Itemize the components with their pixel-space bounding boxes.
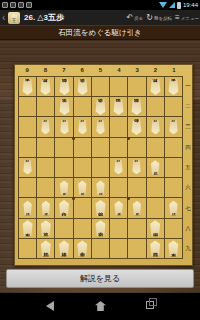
sente-piece: 歩兵 — [40, 201, 51, 216]
gote-piece: 玉将 — [58, 99, 71, 115]
nav-home-icon[interactable] — [95, 301, 106, 311]
shogi-board: 987654321 一二三四五六七八九 香車桂馬銀将金将桂馬香車玉将金将飛車銀将… — [14, 64, 193, 266]
sente-piece: 角行 — [58, 200, 71, 216]
gote-piece: 歩兵 — [131, 160, 142, 175]
rank-label: 六 — [183, 178, 193, 198]
android-nav-bar — [0, 293, 200, 320]
board-cell: 歩兵 — [92, 178, 109, 197]
file-label: 1 — [165, 65, 183, 76]
undo-icon: ↶ — [126, 14, 133, 22]
board-cell — [74, 158, 91, 177]
board-cell: 歩兵 — [55, 178, 72, 197]
status-bar: 19:44 — [0, 0, 200, 10]
board-cell: 歩兵 — [37, 117, 54, 136]
board-cell: 歩兵 — [165, 117, 182, 136]
board-cell — [110, 239, 127, 258]
board-cell: 歩兵 — [147, 158, 164, 177]
rank-label: 七 — [183, 198, 193, 218]
board-cell — [19, 178, 36, 197]
board-cell — [19, 239, 36, 258]
board-cell: 歩兵 — [74, 178, 91, 197]
file-label: 5 — [91, 65, 109, 76]
board-cell — [165, 97, 182, 116]
board-cell: 銀将 — [92, 198, 109, 217]
board-cell: 香車 — [165, 239, 182, 258]
board-cell: 銀将 — [55, 239, 72, 258]
board-cell — [110, 138, 127, 157]
gote-piece: 角行 — [130, 119, 143, 135]
file-label: 9 — [18, 65, 36, 76]
sente-piece: 歩兵 — [113, 201, 124, 216]
rank-label: 五 — [183, 157, 193, 177]
gote-piece: 銀将 — [58, 79, 71, 95]
board-cell — [55, 219, 72, 238]
gote-piece: 香車 — [21, 79, 34, 95]
board-cell — [165, 158, 182, 177]
board-cell: 銀将 — [128, 97, 145, 116]
board-cell — [110, 77, 127, 96]
sente-piece: 香車 — [21, 220, 34, 236]
board-cell: 桂馬 — [147, 77, 164, 96]
nav-back-icon[interactable] — [46, 301, 54, 311]
board-grid: 香車桂馬銀将金将桂馬香車玉将金将飛車銀将歩兵歩兵歩兵歩兵角行歩兵歩兵歩兵歩兵歩兵… — [18, 76, 183, 259]
board-cell: 玉将 — [55, 97, 72, 116]
board-cell — [147, 138, 164, 157]
board-cell — [165, 219, 182, 238]
sente-piece: 銀将 — [58, 240, 71, 256]
board-cell — [128, 178, 145, 197]
gote-piece: 金将 — [94, 99, 107, 115]
menu-icon: ≡ — [175, 14, 180, 22]
sente-piece: 玉将 — [39, 220, 52, 236]
back-chevron-icon[interactable]: ‹ — [2, 11, 5, 25]
board-cell: 香車 — [19, 77, 36, 96]
action-bar: ‹ 王 26. △3五歩 ↶ 戻る ↻ 盤を反転 ≡ メニュー — [0, 10, 200, 26]
board-cell: 桂馬 — [147, 239, 164, 258]
gote-piece: 歩兵 — [59, 120, 70, 135]
board-cell: 桂馬 — [37, 239, 54, 258]
sente-piece: 歩兵 — [22, 201, 33, 216]
notification-icon — [18, 2, 24, 8]
file-labels: 987654321 — [18, 65, 183, 76]
wifi-icon — [159, 2, 167, 8]
board-cell: 歩兵 — [128, 198, 145, 217]
sente-piece: 歩兵 — [59, 180, 70, 195]
sente-piece: 香車 — [167, 240, 180, 256]
board-cell — [92, 239, 109, 258]
gote-piece: 歩兵 — [168, 120, 179, 135]
board-cell: 歩兵 — [19, 158, 36, 177]
star-point — [72, 137, 75, 140]
nav-recents-icon[interactable] — [146, 301, 154, 309]
rank-label: 三 — [183, 117, 193, 137]
rank-label: 八 — [183, 218, 193, 238]
shogi-piece-icon: 王 — [10, 14, 18, 23]
chapter-title: 石田流をめぐる駆け引き — [58, 28, 142, 38]
app-icon[interactable]: 王 — [8, 12, 20, 24]
board-cell — [74, 219, 91, 238]
chapter-title-band: 石田流をめぐる駆け引き — [0, 26, 200, 40]
rank-label: 二 — [183, 96, 193, 116]
notification-icon — [26, 2, 32, 8]
board-cell — [147, 97, 164, 116]
star-point — [127, 137, 130, 140]
flip-board-button[interactable]: ↻ 盤を反転 — [146, 14, 172, 22]
board-cell: 飛車 — [147, 219, 164, 238]
gote-piece: 桂馬 — [149, 79, 162, 95]
board-cell — [92, 77, 109, 96]
board-cell — [37, 178, 54, 197]
board-cell: 香車 — [165, 77, 182, 96]
sente-piece: 銀将 — [94, 200, 107, 216]
board-cell: 飛車 — [110, 97, 127, 116]
gote-piece: 歩兵 — [113, 160, 124, 175]
board-cell — [110, 178, 127, 197]
menu-button[interactable]: ≡ メニュー — [175, 14, 199, 22]
gote-piece: 香車 — [167, 79, 180, 95]
file-label: 6 — [73, 65, 91, 76]
file-label: 8 — [36, 65, 54, 76]
board-cell: 歩兵 — [165, 198, 182, 217]
board-cell: 歩兵 — [92, 117, 109, 136]
file-label: 7 — [55, 65, 73, 76]
gote-piece: 金将 — [76, 79, 89, 95]
gote-piece: 歩兵 — [40, 120, 51, 135]
move-title: 26. △3五歩 — [24, 10, 64, 26]
board-cell — [128, 219, 145, 238]
board-cell — [165, 178, 182, 197]
sente-piece: 歩兵 — [77, 180, 88, 195]
gote-piece: 歩兵 — [77, 120, 88, 135]
board-cell: 歩兵 — [110, 158, 127, 177]
rank-label: 九 — [183, 239, 193, 259]
gote-piece: 歩兵 — [95, 120, 106, 135]
board-cell: 金将 — [74, 239, 91, 258]
board-cell: 歩兵 — [55, 117, 72, 136]
sente-piece: 歩兵 — [95, 180, 106, 195]
board-cell: 金将 — [92, 97, 109, 116]
board-cell: 歩兵 — [110, 198, 127, 217]
board-cell — [55, 158, 72, 177]
signal-icon — [169, 2, 175, 8]
file-label: 4 — [110, 65, 128, 76]
gote-piece: 銀将 — [130, 99, 143, 115]
gote-piece: 歩兵 — [150, 120, 161, 135]
board-cell — [19, 97, 36, 116]
sente-piece: 桂馬 — [39, 240, 52, 256]
board-cell: 香車 — [19, 219, 36, 238]
board-cell — [128, 77, 145, 96]
board-cell: 歩兵 — [74, 117, 91, 136]
sente-piece: 飛車 — [149, 220, 162, 236]
gote-piece: 飛車 — [112, 99, 125, 115]
board-cell — [165, 138, 182, 157]
board-cell — [92, 158, 109, 177]
board-cell — [147, 178, 164, 197]
board-cell — [55, 138, 72, 157]
board-cell — [110, 117, 127, 136]
board-cell — [147, 198, 164, 217]
file-label: 3 — [128, 65, 146, 76]
undo-move-button[interactable]: ↶ 戻る — [126, 14, 143, 22]
board-cell — [74, 198, 91, 217]
sente-piece: 金将 — [94, 220, 107, 236]
screen: 19:44 ‹ 王 26. △3五歩 ↶ 戻る ↻ 盤を反転 ≡ メニュー 石田… — [0, 0, 200, 320]
action-buttons: ↶ 戻る ↻ 盤を反転 ≡ メニュー — [126, 10, 199, 26]
board-cell: 歩兵 — [19, 198, 36, 217]
status-icons: 19:44 — [159, 0, 198, 10]
board-cell: 金将 — [74, 77, 91, 96]
board-cell — [37, 138, 54, 157]
gote-piece: 歩兵 — [22, 160, 33, 175]
board-cell — [37, 97, 54, 116]
board-cell: 金将 — [92, 219, 109, 238]
board-cell: 歩兵 — [37, 198, 54, 217]
star-point — [127, 197, 130, 200]
board-cell — [128, 138, 145, 157]
view-commentary-button[interactable]: 解説を見る — [6, 269, 194, 288]
rank-label: 一 — [183, 76, 193, 96]
file-label: 2 — [146, 65, 164, 76]
board-cell: 歩兵 — [128, 158, 145, 177]
board-cell: 銀将 — [55, 77, 72, 96]
board-cell: 桂馬 — [37, 77, 54, 96]
rank-label: 四 — [183, 137, 193, 157]
board-cell: 歩兵 — [147, 117, 164, 136]
board-cell — [74, 138, 91, 157]
board-cell — [110, 219, 127, 238]
notification-icon — [2, 2, 8, 8]
gote-piece: 桂馬 — [39, 79, 52, 95]
board-cell: 玉将 — [37, 219, 54, 238]
board-cell — [128, 239, 145, 258]
sente-piece: 歩兵 — [168, 201, 179, 216]
sente-piece: 桂馬 — [149, 240, 162, 256]
board-cell: 角行 — [55, 198, 72, 217]
star-point — [72, 197, 75, 200]
board-cell — [19, 138, 36, 157]
board-cell — [92, 138, 109, 157]
board-cell — [37, 158, 54, 177]
flip-board-icon: ↻ — [146, 14, 153, 22]
sente-piece: 歩兵 — [131, 201, 142, 216]
sente-piece: 金将 — [76, 240, 89, 256]
board-cell — [19, 117, 36, 136]
notification-icons — [2, 2, 32, 8]
rank-labels: 一二三四五六七八九 — [183, 76, 193, 259]
notification-icon — [10, 2, 16, 8]
board-cell — [74, 97, 91, 116]
battery-icon — [177, 2, 181, 9]
clock: 19:44 — [183, 0, 198, 10]
sente-piece: 歩兵 — [150, 160, 161, 175]
board-cell: 角行 — [128, 117, 145, 136]
